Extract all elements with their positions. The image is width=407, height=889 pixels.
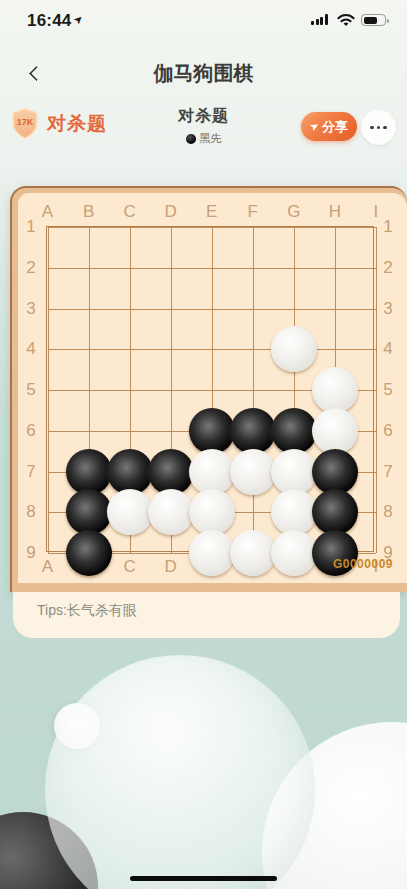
app-screen: 16:44 ➤ 伽马狗围棋 17K [0,0,407,889]
go-board-card: AABBCCDDEEFFGGHHII112233445566778899 G00… [10,186,407,592]
black-stone-indicator-icon [186,134,196,144]
col-label-D-top: D [165,202,177,222]
row-label-3-left: 3 [26,299,35,319]
tips-panel: Tips:长气杀有眼 [13,592,400,638]
white-stone-H6 [312,408,358,454]
white-stone-G4 [271,326,317,372]
row-label-4-right: 4 [383,339,392,359]
decor-glass-stone [45,655,315,889]
status-bar: 16:44 ➤ [0,0,407,44]
puzzle-header: 17K 对杀题 对杀题 黑先 ➤ 分享 [0,100,407,156]
row-label-1-left: 1 [26,217,35,237]
row-label-8-right: 8 [383,502,392,522]
col-label-E-top: E [206,202,217,222]
col-label-H-top: H [329,202,341,222]
white-stone-E9 [189,530,235,576]
tips-text: Tips:长气杀有眼 [37,602,137,620]
col-label-B-top: B [83,202,94,222]
black-stone-B9 [66,530,112,576]
white-stone-H5 [312,367,358,413]
clock: 16:44 [27,11,71,31]
row-label-7-right: 7 [383,462,392,482]
white-stone-F7 [230,449,276,495]
white-stone-E7 [189,449,235,495]
black-stone-C7 [107,449,153,495]
white-stone-G7 [271,449,317,495]
row-label-1-right: 1 [383,217,392,237]
white-stone-G8 [271,489,317,535]
col-label-C-bottom: C [123,557,135,577]
board-watermark: G0000009 [333,557,393,571]
battery-icon [361,14,386,26]
col-label-F-top: F [248,202,258,222]
col-label-A-bottom: A [42,557,53,577]
white-stone-C8 [107,489,153,535]
nav-bar: 伽马狗围棋 [0,52,407,94]
col-label-A-top: A [42,202,53,222]
row-label-6-right: 6 [383,421,392,441]
white-stone-F9 [230,530,276,576]
row-label-2-right: 2 [383,258,392,278]
row-label-5-right: 5 [383,380,392,400]
cellular-signal-icon [311,14,331,25]
black-stone-H8 [312,489,358,535]
black-stone-B7 [66,449,112,495]
col-label-G-top: G [287,202,300,222]
go-board-surface: AABBCCDDEEFFGGHHII112233445566778899 G00… [18,193,407,583]
grid-line [376,227,377,553]
row-label-6-left: 6 [26,421,35,441]
share-label: 分享 [322,118,348,136]
share-arrow-icon: ➤ [308,119,321,133]
row-label-9-left: 9 [26,543,35,563]
share-button[interactable]: ➤ 分享 [301,112,357,141]
col-label-C-top: C [123,202,135,222]
black-stone-G6 [271,408,317,454]
row-label-3-right: 3 [383,299,392,319]
more-button[interactable] [361,110,396,145]
more-dots-icon [370,126,374,130]
go-board-grid[interactable]: AABBCCDDEEFFGGHHII112233445566778899 [10,186,407,592]
wifi-icon [337,13,355,31]
row-label-4-left: 4 [26,339,35,359]
white-stone-D8 [148,489,194,535]
row-label-2-left: 2 [26,258,35,278]
black-stone-E6 [189,408,235,454]
location-arrow-icon: ➤ [71,12,87,28]
white-stone-E8 [189,489,235,535]
home-indicator[interactable] [130,876,277,881]
row-label-7-left: 7 [26,462,35,482]
row-label-5-left: 5 [26,380,35,400]
white-stone-G9 [271,530,317,576]
row-label-8-left: 8 [26,502,35,522]
app-title: 伽马狗围棋 [0,60,407,87]
black-stone-F6 [230,408,276,454]
black-stone-D7 [148,449,194,495]
black-stone-H7 [312,449,358,495]
col-label-D-bottom: D [165,557,177,577]
black-stone-B8 [66,489,112,535]
col-label-I-top: I [374,202,379,222]
turn-label: 黑先 [200,131,222,146]
